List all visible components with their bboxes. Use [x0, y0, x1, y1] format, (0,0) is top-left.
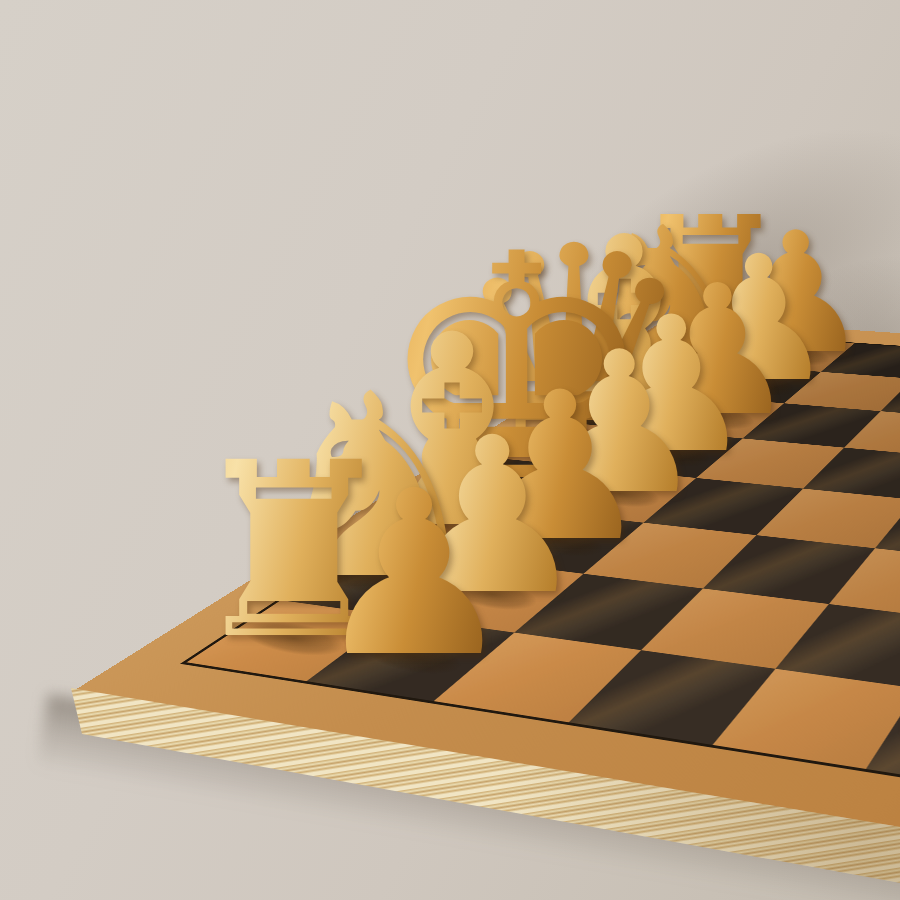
- piece-white-pawn-h2: ♟: [300, 461, 528, 689]
- pieces-layer: ♜♟♞♟♝♟♛♟♚♟♝♟♞♟♜♟♟: [0, 0, 900, 900]
- photo-scene: ♜♟♞♟♝♟♛♟♚♟♝♟♞♟♜♟♟: [0, 0, 900, 900]
- piece-black-pawn-h6: ♟: [854, 534, 900, 773]
